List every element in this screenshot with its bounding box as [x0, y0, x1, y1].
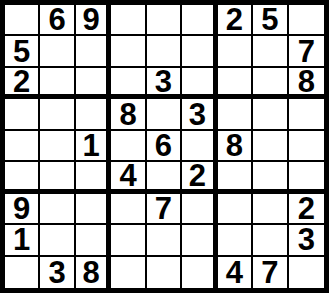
sudoku-cell-r6c4: 4 [111, 162, 146, 193]
sudoku-cell-r6c2[interactable] [40, 162, 75, 193]
sudoku-cell-r1c6[interactable] [182, 5, 217, 36]
sudoku-cell-r1c4[interactable] [111, 5, 146, 36]
sudoku-cell-r7c2[interactable] [40, 194, 75, 225]
sudoku-cell-r9c9[interactable] [289, 257, 324, 288]
sudoku-cell-r9c5[interactable] [147, 257, 182, 288]
sudoku-cell-r7c3[interactable] [76, 194, 111, 225]
sudoku-cell-r6c6: 2 [182, 162, 217, 193]
sudoku-cell-r5c6[interactable] [182, 131, 217, 162]
sudoku-cell-r8c4[interactable] [111, 225, 146, 256]
sudoku-cell-r7c6[interactable] [182, 194, 217, 225]
sudoku-cell-r3c9: 8 [289, 68, 324, 99]
sudoku-cell-r1c2: 6 [40, 5, 75, 36]
sudoku-cell-r2c7[interactable] [218, 36, 253, 67]
sudoku-cell-r5c1[interactable] [5, 131, 40, 162]
sudoku-cell-r5c7: 8 [218, 131, 253, 162]
sudoku-cell-r3c7[interactable] [218, 68, 253, 99]
sudoku-cell-r4c6: 3 [182, 99, 217, 130]
sudoku-cell-r3c8[interactable] [253, 68, 288, 99]
sudoku-cell-r7c9: 2 [289, 194, 324, 225]
sudoku-cell-r7c7[interactable] [218, 194, 253, 225]
sudoku-cell-r9c6[interactable] [182, 257, 217, 288]
sudoku-cell-r3c2[interactable] [40, 68, 75, 99]
sudoku-cell-r4c4: 8 [111, 99, 146, 130]
sudoku-cell-r1c5[interactable] [147, 5, 182, 36]
sudoku-cell-r3c1: 2 [5, 68, 40, 99]
sudoku-cell-r9c8: 7 [253, 257, 288, 288]
sudoku-cell-r3c3[interactable] [76, 68, 111, 99]
sudoku-cell-r1c1[interactable] [5, 5, 40, 36]
sudoku-cell-r4c5[interactable] [147, 99, 182, 130]
sudoku-cell-r2c9: 7 [289, 36, 324, 67]
sudoku-cell-r2c5[interactable] [147, 36, 182, 67]
sudoku-cell-r3c4[interactable] [111, 68, 146, 99]
sudoku-cell-r9c3: 8 [76, 257, 111, 288]
sudoku-cell-r7c8[interactable] [253, 194, 288, 225]
sudoku-cell-r6c7[interactable] [218, 162, 253, 193]
sudoku-cell-r6c9[interactable] [289, 162, 324, 193]
sudoku-cell-r1c9[interactable] [289, 5, 324, 36]
sudoku-cell-r5c8[interactable] [253, 131, 288, 162]
sudoku-cell-r6c3[interactable] [76, 162, 111, 193]
sudoku-cell-r4c3[interactable] [76, 99, 111, 130]
sudoku-cell-r8c1: 1 [5, 225, 40, 256]
sudoku-cell-r3c5: 3 [147, 68, 182, 99]
sudoku-cell-r5c5: 6 [147, 131, 182, 162]
sudoku-cell-r2c1: 5 [5, 36, 40, 67]
sudoku-cell-r8c2[interactable] [40, 225, 75, 256]
sudoku-cell-r4c9[interactable] [289, 99, 324, 130]
sudoku-cell-r9c2: 3 [40, 257, 75, 288]
sudoku-cell-r8c5[interactable] [147, 225, 182, 256]
sudoku-cell-r5c9[interactable] [289, 131, 324, 162]
sudoku-cell-r8c7[interactable] [218, 225, 253, 256]
sudoku-cell-r6c1[interactable] [5, 162, 40, 193]
sudoku-cell-r8c8[interactable] [253, 225, 288, 256]
sudoku-cell-r6c8[interactable] [253, 162, 288, 193]
sudoku-cell-r4c1[interactable] [5, 99, 40, 130]
sudoku-cell-r5c2[interactable] [40, 131, 75, 162]
sudoku-cell-r8c9: 3 [289, 225, 324, 256]
sudoku-cell-r6c5[interactable] [147, 162, 182, 193]
sudoku-cell-r2c2[interactable] [40, 36, 75, 67]
sudoku-cell-r2c8[interactable] [253, 36, 288, 67]
sudoku-cell-r3c6[interactable] [182, 68, 217, 99]
sudoku-cell-r7c4[interactable] [111, 194, 146, 225]
sudoku-cell-r1c7: 2 [218, 5, 253, 36]
sudoku-cell-r2c3[interactable] [76, 36, 111, 67]
sudoku-cell-r9c4[interactable] [111, 257, 146, 288]
sudoku-cell-r2c6[interactable] [182, 36, 217, 67]
sudoku-cell-r4c8[interactable] [253, 99, 288, 130]
sudoku-cell-r1c8: 5 [253, 5, 288, 36]
sudoku-cell-r1c3: 9 [76, 5, 111, 36]
sudoku-cell-r5c3: 1 [76, 131, 111, 162]
sudoku-cell-r8c6[interactable] [182, 225, 217, 256]
sudoku-cell-r4c2[interactable] [40, 99, 75, 130]
sudoku-cell-r9c1[interactable] [5, 257, 40, 288]
sudoku-cell-r4c7[interactable] [218, 99, 253, 130]
sudoku-cell-r2c4[interactable] [111, 36, 146, 67]
sudoku-cell-r9c7: 4 [218, 257, 253, 288]
sudoku-cell-r7c5: 7 [147, 194, 182, 225]
sudoku-board: 6925572388316842972133847 [0, 0, 329, 293]
sudoku-cell-r5c4[interactable] [111, 131, 146, 162]
sudoku-cell-r7c1: 9 [5, 194, 40, 225]
sudoku-cell-r8c3[interactable] [76, 225, 111, 256]
